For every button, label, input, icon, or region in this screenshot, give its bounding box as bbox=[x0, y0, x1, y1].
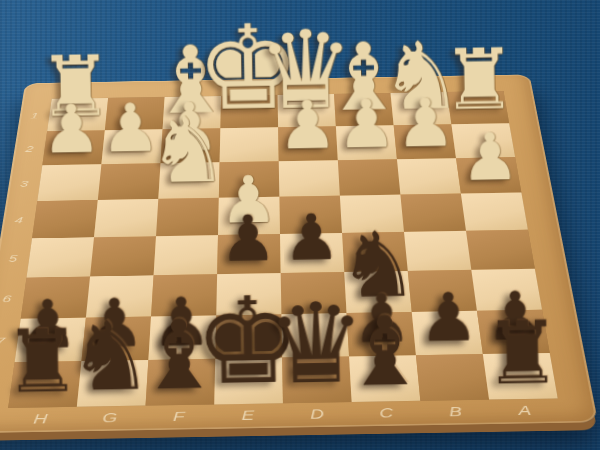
white-knight-f3[interactable]: ♞ bbox=[146, 105, 229, 197]
rank-label-5: 5 bbox=[8, 253, 18, 264]
square-a8[interactable]: ♜ bbox=[483, 353, 558, 400]
rank-label-2: 2 bbox=[25, 144, 34, 153]
rank-label-3: 3 bbox=[20, 178, 30, 188]
file-label-c: C bbox=[352, 405, 422, 422]
file-label-a: A bbox=[490, 403, 562, 420]
square-h4[interactable] bbox=[32, 200, 98, 238]
square-h3[interactable] bbox=[37, 164, 101, 201]
square-a5[interactable] bbox=[466, 230, 535, 270]
black-pawn-d5[interactable]: ♟ bbox=[283, 206, 341, 270]
square-c2[interactable]: ♟ bbox=[336, 125, 397, 160]
file-label-g: G bbox=[75, 410, 145, 427]
black-bishop-c8[interactable]: ♝ bbox=[341, 303, 428, 400]
file-label-d: D bbox=[283, 407, 353, 424]
white-pawn-a3[interactable]: ♟ bbox=[460, 125, 520, 191]
white-pawn-h2[interactable]: ♟ bbox=[41, 96, 102, 164]
rank-label-6: 6 bbox=[2, 292, 12, 303]
square-d3[interactable] bbox=[279, 160, 340, 197]
chess-board: 12345678 HGFEDCBA ♜♝♚♛♝♞♜♟♟♟♟♟♟♞♟♟♟♟♞♟♟♟… bbox=[0, 74, 598, 433]
square-b2[interactable]: ♟ bbox=[394, 124, 456, 159]
board-squares: ♜♝♚♛♝♞♜♟♟♟♟♟♟♞♟♟♟♟♞♟♟♟♟♟♟♜♞♝♚♛♝♜ bbox=[8, 91, 558, 408]
rank-label-1: 1 bbox=[30, 111, 39, 120]
square-d2[interactable]: ♟ bbox=[278, 126, 338, 161]
square-b3[interactable] bbox=[397, 158, 461, 195]
scene: 12345678 HGFEDCBA ♜♝♚♛♝♞♜♟♟♟♟♟♟♞♟♟♟♟♞♟♟♟… bbox=[0, 0, 600, 450]
file-label-f: F bbox=[144, 409, 214, 426]
rank-label-4: 4 bbox=[14, 215, 24, 225]
file-label-b: B bbox=[421, 404, 492, 421]
square-h2[interactable]: ♟ bbox=[42, 130, 105, 165]
white-pawn-b2[interactable]: ♟ bbox=[395, 89, 456, 157]
square-f3[interactable]: ♞ bbox=[158, 162, 219, 199]
square-c8[interactable]: ♝ bbox=[349, 355, 420, 402]
board-frame: 12345678 HGFEDCBA ♜♝♚♛♝♞♜♟♟♟♟♟♟♞♟♟♟♟♞♟♟♟… bbox=[0, 74, 598, 433]
square-f5[interactable] bbox=[154, 235, 218, 275]
board-orientation-wrap: 12345678 HGFEDCBA ♜♝♚♛♝♞♜♟♟♟♟♟♟♞♟♟♟♟♞♟♟♟… bbox=[0, 0, 565, 450]
square-d5[interactable]: ♟ bbox=[280, 233, 344, 273]
file-label-e: E bbox=[214, 408, 283, 425]
square-e5[interactable]: ♟ bbox=[217, 234, 281, 274]
white-pawn-d2[interactable]: ♟ bbox=[277, 91, 338, 159]
square-a4[interactable] bbox=[461, 193, 528, 231]
square-f4[interactable] bbox=[156, 198, 219, 236]
file-label-h: H bbox=[5, 411, 76, 428]
square-g4[interactable] bbox=[94, 199, 158, 237]
square-g5[interactable] bbox=[90, 236, 156, 276]
square-h5[interactable] bbox=[27, 237, 95, 277]
square-a3[interactable]: ♟ bbox=[456, 157, 521, 193]
black-pawn-e5[interactable]: ♟ bbox=[219, 207, 277, 271]
white-pawn-c2[interactable]: ♟ bbox=[336, 90, 397, 158]
square-d8[interactable]: ♛ bbox=[282, 356, 352, 403]
square-c3[interactable] bbox=[338, 159, 401, 196]
black-rook-a8[interactable]: ♜ bbox=[483, 309, 562, 397]
